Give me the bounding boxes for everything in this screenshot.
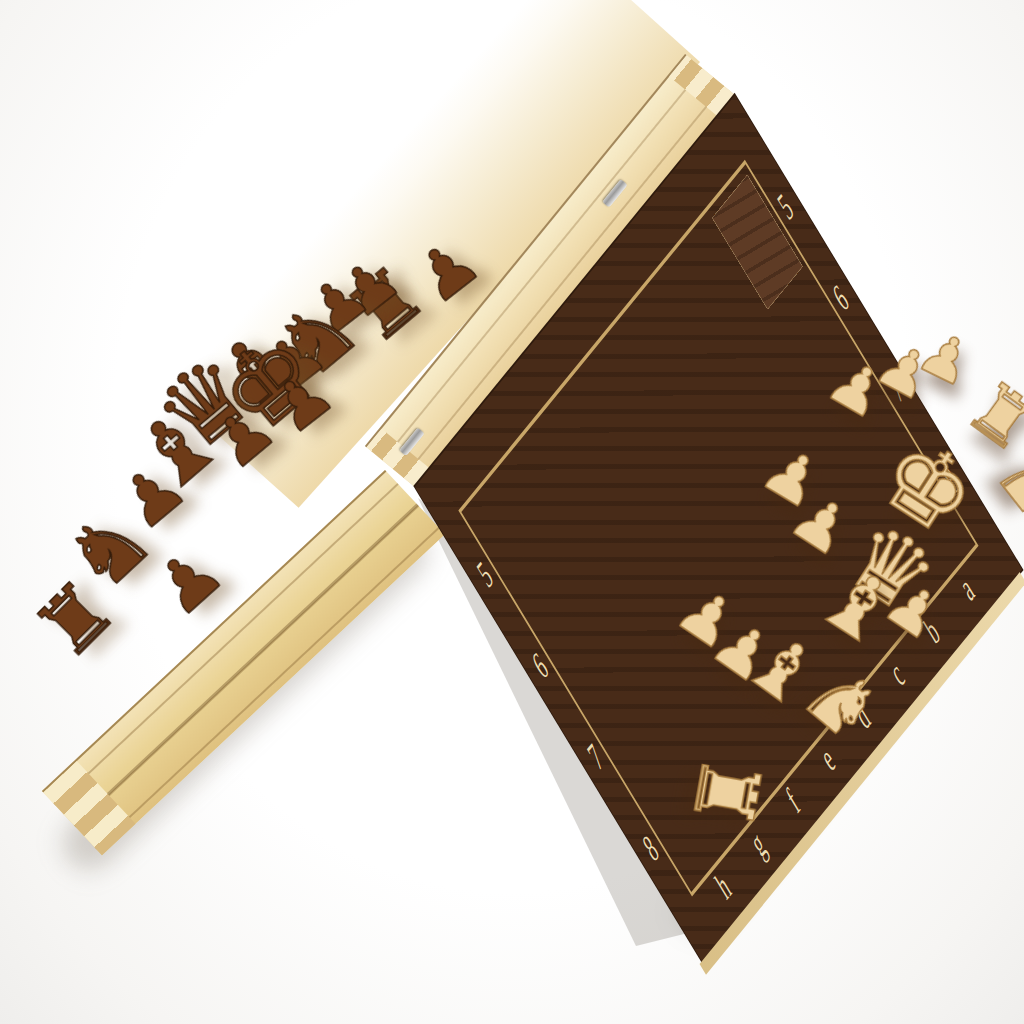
pieces-layer: ♟♜♟♟♞♟♝♚♟♛♟♝♟♞♟♜♟♟♟♜♞♟♟♚♛♝♟♟♟♝♞♜ bbox=[0, 0, 1024, 1024]
light-rook-2: ♜ bbox=[679, 749, 773, 836]
product-photo-chess-set: 55667788abcdefgh ♟♜♟♟♞♟♝♚♟♛♟♝♟♞♟♜♟♟♟♜♞♟♟… bbox=[0, 0, 1024, 1024]
